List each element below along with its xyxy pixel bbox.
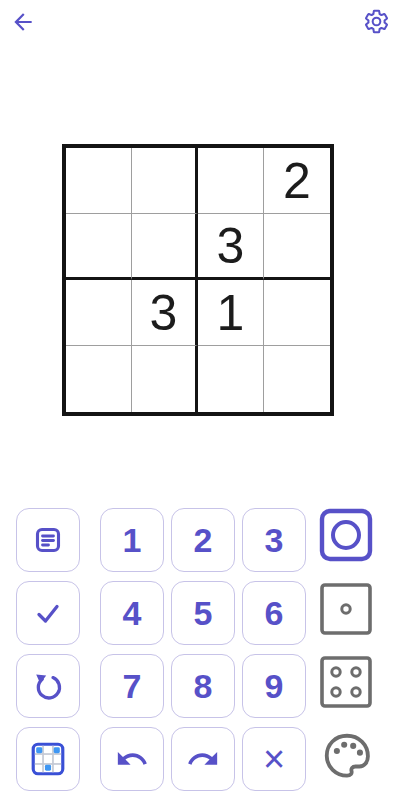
numpad-1[interactable]: 1: [100, 508, 164, 572]
notes-icon: [28, 520, 68, 560]
numpad-3[interactable]: 3: [242, 508, 306, 572]
board-cell[interactable]: [132, 346, 198, 412]
numpad-4-label: 4: [123, 594, 142, 633]
undo-arrow-icon: [115, 742, 149, 776]
numpad-2-label: 2: [194, 521, 213, 560]
board-cell[interactable]: [132, 214, 198, 280]
undo-button[interactable]: [100, 727, 164, 791]
numpad-5-label: 5: [194, 594, 213, 633]
sudoku-board: 2 3 3 1: [62, 144, 334, 416]
board-cell[interactable]: [66, 148, 132, 214]
board-cell[interactable]: [198, 148, 264, 214]
numpad-6-label: 6: [265, 594, 284, 633]
circle-in-square-icon: [319, 508, 373, 562]
board-cell[interactable]: 3: [198, 214, 264, 280]
board-cell[interactable]: 3: [132, 280, 198, 346]
mode-color-button[interactable]: [320, 729, 374, 783]
arrow-left-icon: [10, 9, 36, 35]
numpad-3-label: 3: [265, 521, 284, 560]
check-button[interactable]: [16, 581, 80, 645]
numpad-6[interactable]: 6: [242, 581, 306, 645]
grid-icon: [29, 740, 67, 778]
board-cell[interactable]: 1: [198, 280, 264, 346]
settings-button[interactable]: [363, 8, 390, 35]
back-button[interactable]: [10, 9, 36, 35]
numpad-4[interactable]: 4: [100, 581, 164, 645]
check-icon: [28, 593, 68, 633]
numpad-9-label: 9: [265, 667, 284, 706]
notes-button[interactable]: [16, 508, 80, 572]
gear-icon: [363, 8, 390, 35]
clear-button[interactable]: ×: [242, 727, 306, 791]
board-cell[interactable]: [264, 214, 330, 280]
clear-label: ×: [263, 738, 285, 781]
numpad-8[interactable]: 8: [171, 654, 235, 718]
numpad-5[interactable]: 5: [171, 581, 235, 645]
board-cell[interactable]: [66, 346, 132, 412]
numpad-1-label: 1: [123, 521, 142, 560]
board-cell[interactable]: [198, 346, 264, 412]
redo-arrow-icon: [186, 742, 220, 776]
numpad-9[interactable]: 9: [242, 654, 306, 718]
numpad-8-label: 8: [194, 667, 213, 706]
mode-single-note-button[interactable]: [319, 582, 373, 636]
board-cell[interactable]: [264, 346, 330, 412]
board-cell[interactable]: [66, 214, 132, 280]
numpad-2[interactable]: 2: [171, 508, 235, 572]
app-screen: 2 3 3 1: [0, 0, 398, 808]
board-cell[interactable]: [132, 148, 198, 214]
redo-button[interactable]: [171, 727, 235, 791]
numpad-7-label: 7: [123, 667, 142, 706]
board-cell[interactable]: [264, 280, 330, 346]
board-layout-button[interactable]: [16, 727, 80, 791]
board-cell[interactable]: [66, 280, 132, 346]
board-cell[interactable]: 2: [264, 148, 330, 214]
die-four-dots-icon: [319, 655, 373, 709]
die-one-dot-icon: [319, 582, 373, 636]
restart-icon: [28, 666, 68, 706]
palette-icon: [320, 729, 374, 783]
numpad-7[interactable]: 7: [100, 654, 164, 718]
restart-button[interactable]: [16, 654, 80, 718]
mode-corner-notes-button[interactable]: [319, 655, 373, 709]
mode-normal-button[interactable]: [319, 508, 373, 562]
